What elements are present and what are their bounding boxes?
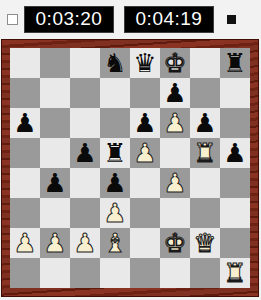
square-a4[interactable] bbox=[10, 168, 40, 198]
square-b7[interactable] bbox=[40, 78, 70, 108]
square-g7[interactable] bbox=[190, 78, 220, 108]
white-pawn[interactable]: ♟ bbox=[133, 138, 156, 168]
black-knight[interactable]: ♞ bbox=[103, 48, 126, 78]
right-clock-time: 0:04:19 bbox=[136, 8, 203, 30]
board-frame: ♞♛♚♜♟♟♟♟♟♟♜♟♜♟♟♟♟♟♟♟♟♝♚♛♜ bbox=[2, 40, 258, 296]
black-pawn[interactable]: ♟ bbox=[193, 108, 216, 138]
white-pawn[interactable]: ♟ bbox=[13, 228, 36, 258]
square-b1[interactable] bbox=[40, 258, 70, 288]
square-e8[interactable]: ♛ bbox=[130, 48, 160, 78]
square-d6[interactable] bbox=[100, 108, 130, 138]
square-b4[interactable]: ♟ bbox=[40, 168, 70, 198]
square-h1[interactable]: ♜ bbox=[220, 258, 250, 288]
square-c8[interactable] bbox=[70, 48, 100, 78]
black-pawn[interactable]: ♟ bbox=[103, 168, 126, 198]
white-rook[interactable]: ♜ bbox=[223, 258, 246, 288]
black-pawn[interactable]: ♟ bbox=[73, 138, 96, 168]
left-clock: 0:03:20 bbox=[24, 6, 114, 33]
square-h5[interactable]: ♟ bbox=[220, 138, 250, 168]
square-d7[interactable] bbox=[100, 78, 130, 108]
square-h4[interactable] bbox=[220, 168, 250, 198]
left-clock-time: 0:03:20 bbox=[36, 8, 103, 30]
square-d3[interactable]: ♟ bbox=[100, 198, 130, 228]
square-a6[interactable]: ♟ bbox=[10, 108, 40, 138]
black-rook[interactable]: ♜ bbox=[103, 138, 126, 168]
right-clock: 0:04:19 bbox=[124, 6, 214, 33]
square-c7[interactable] bbox=[70, 78, 100, 108]
stop-button[interactable] bbox=[227, 15, 236, 24]
square-a8[interactable] bbox=[10, 48, 40, 78]
square-h7[interactable] bbox=[220, 78, 250, 108]
square-a3[interactable] bbox=[10, 198, 40, 228]
square-e1[interactable] bbox=[130, 258, 160, 288]
square-e3[interactable] bbox=[130, 198, 160, 228]
square-b3[interactable] bbox=[40, 198, 70, 228]
white-pawn[interactable]: ♟ bbox=[163, 108, 186, 138]
square-f8[interactable]: ♚ bbox=[160, 48, 190, 78]
square-e2[interactable] bbox=[130, 228, 160, 258]
square-f7[interactable]: ♟ bbox=[160, 78, 190, 108]
square-b6[interactable] bbox=[40, 108, 70, 138]
white-pawn[interactable]: ♟ bbox=[163, 168, 186, 198]
black-pawn[interactable]: ♟ bbox=[133, 108, 156, 138]
square-a2[interactable]: ♟ bbox=[10, 228, 40, 258]
square-a1[interactable] bbox=[10, 258, 40, 288]
square-c2[interactable]: ♟ bbox=[70, 228, 100, 258]
square-d1[interactable] bbox=[100, 258, 130, 288]
square-g3[interactable] bbox=[190, 198, 220, 228]
white-pawn[interactable]: ♟ bbox=[103, 198, 126, 228]
black-pawn[interactable]: ♟ bbox=[223, 138, 246, 168]
square-g5[interactable]: ♜ bbox=[190, 138, 220, 168]
square-d2[interactable]: ♝ bbox=[100, 228, 130, 258]
square-g2[interactable]: ♛ bbox=[190, 228, 220, 258]
square-h3[interactable] bbox=[220, 198, 250, 228]
square-a7[interactable] bbox=[10, 78, 40, 108]
square-f2[interactable]: ♚ bbox=[160, 228, 190, 258]
square-d4[interactable]: ♟ bbox=[100, 168, 130, 198]
square-h8[interactable]: ♜ bbox=[220, 48, 250, 78]
square-g1[interactable] bbox=[190, 258, 220, 288]
square-d5[interactable]: ♜ bbox=[100, 138, 130, 168]
chess-board: ♞♛♚♜♟♟♟♟♟♟♜♟♜♟♟♟♟♟♟♟♟♝♚♛♜ bbox=[10, 48, 250, 288]
square-g4[interactable] bbox=[190, 168, 220, 198]
square-f4[interactable]: ♟ bbox=[160, 168, 190, 198]
white-pawn[interactable]: ♟ bbox=[73, 228, 96, 258]
white-rook[interactable]: ♜ bbox=[193, 138, 216, 168]
square-c3[interactable] bbox=[70, 198, 100, 228]
square-h2[interactable] bbox=[220, 228, 250, 258]
square-c4[interactable] bbox=[70, 168, 100, 198]
white-queen[interactable]: ♛ bbox=[193, 228, 216, 258]
square-f1[interactable] bbox=[160, 258, 190, 288]
white-bishop[interactable]: ♝ bbox=[103, 228, 126, 258]
square-h6[interactable] bbox=[220, 108, 250, 138]
square-c1[interactable] bbox=[70, 258, 100, 288]
square-c5[interactable]: ♟ bbox=[70, 138, 100, 168]
square-e5[interactable]: ♟ bbox=[130, 138, 160, 168]
black-pawn[interactable]: ♟ bbox=[43, 168, 66, 198]
white-pawn[interactable]: ♟ bbox=[43, 228, 66, 258]
square-a5[interactable] bbox=[10, 138, 40, 168]
square-e4[interactable] bbox=[130, 168, 160, 198]
square-c6[interactable] bbox=[70, 108, 100, 138]
white-king[interactable]: ♚ bbox=[163, 228, 186, 258]
square-f6[interactable]: ♟ bbox=[160, 108, 190, 138]
square-b5[interactable] bbox=[40, 138, 70, 168]
square-e6[interactable]: ♟ bbox=[130, 108, 160, 138]
square-b2[interactable]: ♟ bbox=[40, 228, 70, 258]
square-e7[interactable] bbox=[130, 78, 160, 108]
clock-checkbox[interactable] bbox=[7, 14, 18, 25]
square-g8[interactable] bbox=[190, 48, 220, 78]
black-rook[interactable]: ♜ bbox=[223, 48, 246, 78]
square-f5[interactable] bbox=[160, 138, 190, 168]
black-pawn[interactable]: ♟ bbox=[163, 78, 186, 108]
square-b8[interactable] bbox=[40, 48, 70, 78]
square-f3[interactable] bbox=[160, 198, 190, 228]
square-g6[interactable]: ♟ bbox=[190, 108, 220, 138]
black-queen[interactable]: ♛ bbox=[133, 48, 156, 78]
black-pawn[interactable]: ♟ bbox=[13, 108, 36, 138]
square-d8[interactable]: ♞ bbox=[100, 48, 130, 78]
clock-toolbar: 0:03:20 0:04:19 bbox=[0, 0, 261, 38]
black-king[interactable]: ♚ bbox=[163, 48, 186, 78]
